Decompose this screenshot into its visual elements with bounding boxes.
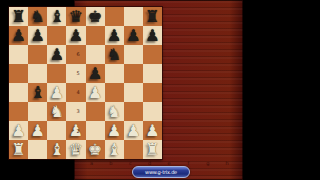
- square-e3[interactable]: [86, 102, 105, 121]
- rank-label-6: 6: [74, 52, 82, 57]
- rank-label-7: 7: [74, 32, 82, 37]
- square-a8[interactable]: ♜: [9, 7, 28, 26]
- square-a5[interactable]: [9, 64, 28, 83]
- white-pawn-b2[interactable]: ♟: [31, 121, 45, 140]
- black-pawn-e5[interactable]: ♟: [88, 64, 102, 83]
- square-e2[interactable]: [86, 121, 105, 140]
- square-e6[interactable]: [86, 45, 105, 64]
- square-a4[interactable]: [9, 83, 28, 102]
- square-f7[interactable]: ♟: [105, 26, 124, 45]
- watermark-text: www.g-trix.de: [145, 170, 177, 175]
- square-h3[interactable]: [143, 102, 162, 121]
- square-c1[interactable]: ♝: [47, 140, 66, 159]
- rank-label-2: 2: [74, 129, 82, 134]
- black-rook-h8[interactable]: ♜: [145, 7, 159, 26]
- black-knight-f6[interactable]: ♞: [107, 45, 121, 64]
- white-pawn-h2[interactable]: ♟: [145, 121, 159, 140]
- file-label-h: h: [218, 161, 237, 166]
- black-pawn-c6[interactable]: ♟: [50, 45, 64, 64]
- white-king-e1[interactable]: ♚: [88, 140, 102, 159]
- white-pawn-g2[interactable]: ♟: [126, 121, 140, 140]
- square-c2[interactable]: [47, 121, 66, 140]
- white-pawn-f2[interactable]: ♟: [107, 121, 121, 140]
- square-a2[interactable]: ♟: [9, 121, 28, 140]
- watermark-badge: www.g-trix.de: [132, 166, 190, 178]
- file-label-a: a: [82, 161, 101, 166]
- black-rook-a8[interactable]: ♜: [11, 7, 25, 26]
- square-b1[interactable]: [28, 140, 47, 159]
- square-f8[interactable]: [105, 7, 124, 26]
- letterbox-right: [243, 0, 320, 180]
- square-c6[interactable]: ♟: [47, 45, 66, 64]
- square-e1[interactable]: ♚: [86, 140, 105, 159]
- black-knight-b8[interactable]: ♞: [31, 7, 45, 26]
- square-c8[interactable]: ♝: [47, 7, 66, 26]
- square-b2[interactable]: ♟: [28, 121, 47, 140]
- square-h6[interactable]: [143, 45, 162, 64]
- square-a3[interactable]: [9, 102, 28, 121]
- chess-board[interactable]: ♜♞♝♛♚♜♟♟♟♟♟♟♟♞♟♝♟♟♞♞♟♟♟♟♟♟♜♝♛♚♝♜: [8, 6, 163, 160]
- square-e8[interactable]: ♚: [86, 7, 105, 26]
- square-g7[interactable]: ♟: [124, 26, 143, 45]
- square-g8[interactable]: [124, 7, 143, 26]
- square-a1[interactable]: ♜: [9, 140, 28, 159]
- rank-label-4: 4: [74, 90, 82, 95]
- black-pawn-a7[interactable]: ♟: [11, 26, 25, 45]
- white-pawn-e4[interactable]: ♟: [88, 83, 102, 102]
- square-h2[interactable]: ♟: [143, 121, 162, 140]
- white-bishop-c1[interactable]: ♝: [50, 140, 64, 159]
- square-b5[interactable]: [28, 64, 47, 83]
- square-b4[interactable]: ♝: [28, 83, 47, 102]
- square-g4[interactable]: [124, 83, 143, 102]
- rank-label-3: 3: [74, 109, 82, 114]
- square-a7[interactable]: ♟: [9, 26, 28, 45]
- square-g5[interactable]: [124, 64, 143, 83]
- square-a6[interactable]: [9, 45, 28, 64]
- white-knight-f3[interactable]: ♞: [107, 102, 121, 121]
- square-g1[interactable]: [124, 140, 143, 159]
- square-f4[interactable]: [105, 83, 124, 102]
- square-b7[interactable]: ♟: [28, 26, 47, 45]
- black-pawn-g7[interactable]: ♟: [126, 26, 140, 45]
- square-c5[interactable]: [47, 64, 66, 83]
- square-b6[interactable]: [28, 45, 47, 64]
- black-bishop-c8[interactable]: ♝: [50, 7, 64, 26]
- square-h4[interactable]: [143, 83, 162, 102]
- white-bishop-f1[interactable]: ♝: [107, 140, 121, 159]
- square-e7[interactable]: [86, 26, 105, 45]
- square-g2[interactable]: ♟: [124, 121, 143, 140]
- square-c4[interactable]: ♟: [47, 83, 66, 102]
- black-bishop-b4[interactable]: ♝: [31, 83, 45, 102]
- black-pawn-f7[interactable]: ♟: [107, 26, 121, 45]
- black-pawn-b7[interactable]: ♟: [31, 26, 45, 45]
- square-g6[interactable]: [124, 45, 143, 64]
- white-pawn-a2[interactable]: ♟: [11, 121, 25, 140]
- file-label-g: g: [198, 161, 217, 166]
- square-b8[interactable]: ♞: [28, 7, 47, 26]
- square-b3[interactable]: [28, 102, 47, 121]
- white-knight-c3[interactable]: ♞: [50, 102, 64, 121]
- square-e4[interactable]: ♟: [86, 83, 105, 102]
- black-pawn-h7[interactable]: ♟: [145, 26, 159, 45]
- rank-label-1: 1: [74, 148, 82, 153]
- square-g3[interactable]: [124, 102, 143, 121]
- square-c3[interactable]: ♞: [47, 102, 66, 121]
- rank-label-8: 8: [74, 13, 82, 18]
- square-h5[interactable]: [143, 64, 162, 83]
- square-e5[interactable]: ♟: [86, 64, 105, 83]
- square-f1[interactable]: ♝: [105, 140, 124, 159]
- white-pawn-c4[interactable]: ♟: [50, 83, 64, 102]
- square-f6[interactable]: ♞: [105, 45, 124, 64]
- square-h8[interactable]: ♜: [143, 7, 162, 26]
- square-h7[interactable]: ♟: [143, 26, 162, 45]
- screenshot-root: { "game": "chess", "position": { "fen": …: [0, 0, 320, 180]
- square-f3[interactable]: ♞: [105, 102, 124, 121]
- square-h1[interactable]: ♜: [143, 140, 162, 159]
- black-king-e8[interactable]: ♚: [88, 7, 102, 26]
- square-f2[interactable]: ♟: [105, 121, 124, 140]
- rank-label-5: 5: [74, 71, 82, 76]
- file-label-b: b: [101, 161, 120, 166]
- white-rook-a1[interactable]: ♜: [11, 140, 25, 159]
- square-c7[interactable]: [47, 26, 66, 45]
- white-rook-h1[interactable]: ♜: [145, 140, 159, 159]
- square-f5[interactable]: [105, 64, 124, 83]
